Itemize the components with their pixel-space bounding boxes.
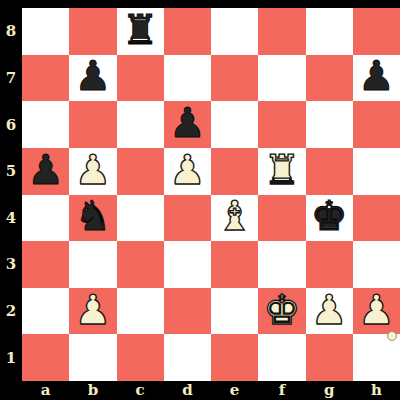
piece-white-pawn[interactable]: ♟ (311, 290, 348, 331)
file-label-d: d (164, 381, 211, 400)
rank-label-5: 5 (0, 148, 22, 195)
piece-black-pawn[interactable]: ♟ (169, 103, 206, 144)
square-b6[interactable] (69, 101, 116, 148)
square-c1[interactable] (117, 334, 164, 381)
square-c3[interactable] (117, 241, 164, 288)
square-a6[interactable] (22, 101, 69, 148)
square-d8[interactable] (164, 8, 211, 55)
square-e7[interactable] (211, 55, 258, 102)
piece-black-pawn[interactable]: ♟ (74, 56, 111, 97)
file-label-f: f (258, 381, 305, 400)
square-e3[interactable] (211, 241, 258, 288)
square-a7[interactable] (22, 55, 69, 102)
square-g7[interactable] (306, 55, 353, 102)
rank-label-3: 3 (0, 241, 22, 288)
square-h8[interactable] (353, 8, 400, 55)
square-f6[interactable] (258, 101, 305, 148)
square-h4[interactable] (353, 195, 400, 242)
square-a3[interactable] (22, 241, 69, 288)
square-f3[interactable] (258, 241, 305, 288)
square-g4[interactable]: ♚ (306, 195, 353, 242)
square-f4[interactable] (258, 195, 305, 242)
square-g1[interactable] (306, 334, 353, 381)
square-e6[interactable] (211, 101, 258, 148)
piece-white-pawn[interactable]: ♟ (74, 150, 111, 191)
square-a5[interactable]: ♟ (22, 148, 69, 195)
square-a1[interactable] (22, 334, 69, 381)
square-d7[interactable] (164, 55, 211, 102)
square-e8[interactable] (211, 8, 258, 55)
square-g6[interactable] (306, 101, 353, 148)
square-g3[interactable] (306, 241, 353, 288)
square-b4[interactable]: ♞ (69, 195, 116, 242)
square-e1[interactable] (211, 334, 258, 381)
piece-black-knight[interactable]: ♞ (74, 196, 111, 237)
file-label-b: b (69, 381, 116, 400)
piece-white-bishop[interactable]: ♝ (216, 196, 253, 237)
file-label-h: h (353, 381, 400, 400)
square-c6[interactable] (117, 101, 164, 148)
square-c2[interactable] (117, 288, 164, 335)
square-g5[interactable] (306, 148, 353, 195)
square-a4[interactable] (22, 195, 69, 242)
square-b1[interactable] (69, 334, 116, 381)
square-b5[interactable]: ♟ (69, 148, 116, 195)
rank-label-7: 7 (0, 55, 22, 102)
piece-black-pawn[interactable]: ♟ (27, 150, 64, 191)
square-h6[interactable] (353, 101, 400, 148)
square-d5[interactable]: ♟ (164, 148, 211, 195)
piece-black-king[interactable]: ♚ (311, 196, 348, 237)
square-h7[interactable]: ♟ (353, 55, 400, 102)
square-h3[interactable] (353, 241, 400, 288)
chess-board-frame: 87654321 ♜♟♟♟♟♟♟♜♞♝♚♟♚♟♟ abcdefgh (0, 0, 400, 400)
file-label-e: e (211, 381, 258, 400)
square-d4[interactable] (164, 195, 211, 242)
file-label-c: c (117, 381, 164, 400)
square-b8[interactable] (69, 8, 116, 55)
square-d1[interactable] (164, 334, 211, 381)
side-to-move-indicator (387, 331, 397, 341)
square-e5[interactable] (211, 148, 258, 195)
square-b7[interactable]: ♟ (69, 55, 116, 102)
chess-board: ♜♟♟♟♟♟♟♜♞♝♚♟♚♟♟ (22, 8, 400, 381)
square-f7[interactable] (258, 55, 305, 102)
piece-black-pawn[interactable]: ♟ (358, 56, 395, 97)
piece-black-rook[interactable]: ♜ (122, 10, 159, 51)
rank-label-2: 2 (0, 288, 22, 335)
square-b2[interactable]: ♟ (69, 288, 116, 335)
rank-label-8: 8 (0, 8, 22, 55)
piece-white-pawn[interactable]: ♟ (358, 290, 395, 331)
piece-white-rook[interactable]: ♜ (263, 150, 300, 191)
file-label-a: a (22, 381, 69, 400)
file-labels: abcdefgh (22, 381, 400, 400)
square-a8[interactable] (22, 8, 69, 55)
square-c8[interactable]: ♜ (117, 8, 164, 55)
square-e2[interactable] (211, 288, 258, 335)
square-h2[interactable]: ♟ (353, 288, 400, 335)
piece-white-pawn[interactable]: ♟ (74, 290, 111, 331)
square-c4[interactable] (117, 195, 164, 242)
piece-white-pawn[interactable]: ♟ (169, 150, 206, 191)
square-a2[interactable] (22, 288, 69, 335)
square-g2[interactable]: ♟ (306, 288, 353, 335)
square-f1[interactable] (258, 334, 305, 381)
rank-label-6: 6 (0, 101, 22, 148)
rank-label-1: 1 (0, 334, 22, 381)
square-e4[interactable]: ♝ (211, 195, 258, 242)
rank-label-4: 4 (0, 195, 22, 242)
square-d6[interactable]: ♟ (164, 101, 211, 148)
piece-white-king[interactable]: ♚ (263, 290, 300, 331)
square-c7[interactable] (117, 55, 164, 102)
square-f2[interactable]: ♚ (258, 288, 305, 335)
square-h1[interactable] (353, 334, 400, 381)
square-f5[interactable]: ♜ (258, 148, 305, 195)
square-c5[interactable] (117, 148, 164, 195)
square-h5[interactable] (353, 148, 400, 195)
file-label-g: g (306, 381, 353, 400)
square-d3[interactable] (164, 241, 211, 288)
square-g8[interactable] (306, 8, 353, 55)
square-f8[interactable] (258, 8, 305, 55)
rank-labels: 87654321 (0, 8, 22, 381)
square-b3[interactable] (69, 241, 116, 288)
square-d2[interactable] (164, 288, 211, 335)
